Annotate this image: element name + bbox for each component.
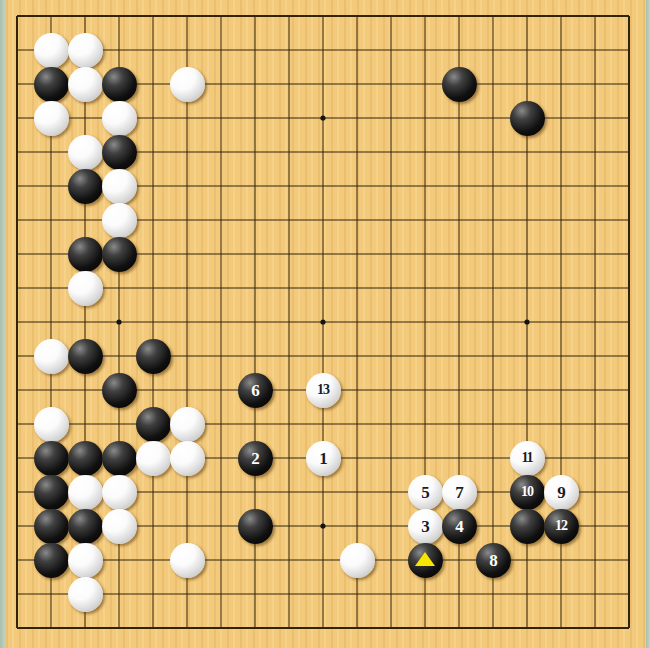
white-stone	[102, 203, 137, 238]
black-stone	[34, 543, 69, 578]
white-stone: 13	[306, 373, 341, 408]
black-stone	[102, 441, 137, 476]
black-stone: 12	[544, 509, 579, 544]
go-diagram: 61321115710934128	[0, 0, 650, 648]
move-number: 8	[489, 552, 497, 569]
black-stone	[510, 509, 545, 544]
white-stone	[340, 543, 375, 578]
go-board: 61321115710934128	[0, 0, 646, 645]
white-stone	[170, 441, 205, 476]
black-stone	[34, 67, 69, 102]
white-stone: 9	[544, 475, 579, 510]
move-number: 7	[455, 484, 463, 501]
white-stone	[34, 407, 69, 442]
black-stone	[68, 441, 103, 476]
white-stone	[136, 441, 171, 476]
black-stone	[102, 237, 137, 272]
white-stone	[102, 101, 137, 136]
move-number: 10	[521, 485, 533, 499]
white-stone	[68, 543, 103, 578]
move-number: 4	[455, 518, 463, 535]
white-stone	[34, 33, 69, 68]
black-stone	[238, 509, 273, 544]
move-number: 1	[319, 450, 327, 467]
black-stone	[102, 135, 137, 170]
white-stone	[34, 339, 69, 374]
move-number: 2	[251, 450, 259, 467]
move-number: 13	[317, 383, 329, 397]
white-stone: 11	[510, 441, 545, 476]
move-number: 6	[251, 382, 259, 399]
white-stone	[68, 33, 103, 68]
black-stone: 8	[476, 543, 511, 578]
black-stone	[442, 67, 477, 102]
move-number: 5	[421, 484, 429, 501]
black-stone	[68, 237, 103, 272]
black-stone	[136, 339, 171, 374]
triangle-mark	[415, 552, 435, 566]
white-stone: 3	[408, 509, 443, 544]
black-stone: 10	[510, 475, 545, 510]
black-stone	[68, 339, 103, 374]
white-stone: 1	[306, 441, 341, 476]
white-stone	[34, 101, 69, 136]
move-number: 3	[421, 518, 429, 535]
black-stone	[408, 543, 443, 578]
black-stone	[68, 509, 103, 544]
white-stone	[68, 67, 103, 102]
black-stone	[102, 373, 137, 408]
black-stone	[68, 169, 103, 204]
move-number: 9	[557, 484, 565, 501]
white-stone	[170, 407, 205, 442]
move-number: 12	[555, 519, 567, 533]
white-stone	[102, 169, 137, 204]
white-stone	[102, 509, 137, 544]
white-stone: 5	[408, 475, 443, 510]
white-stone	[68, 271, 103, 306]
white-stone	[170, 67, 205, 102]
white-stone	[68, 135, 103, 170]
black-stone: 4	[442, 509, 477, 544]
white-stone	[170, 543, 205, 578]
black-stone	[34, 475, 69, 510]
black-stone	[510, 101, 545, 136]
white-stone	[68, 475, 103, 510]
black-stone	[34, 441, 69, 476]
black-stone	[136, 407, 171, 442]
white-stone: 7	[442, 475, 477, 510]
black-stone: 2	[238, 441, 273, 476]
white-stone	[102, 475, 137, 510]
black-stone	[34, 509, 69, 544]
move-number: 11	[521, 451, 532, 465]
black-stone	[102, 67, 137, 102]
white-stone	[68, 577, 103, 612]
black-stone: 6	[238, 373, 273, 408]
